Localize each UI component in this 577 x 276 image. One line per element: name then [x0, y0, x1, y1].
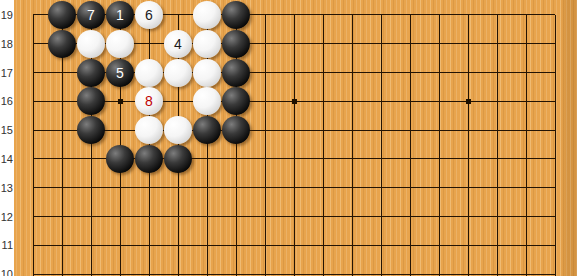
intersection-N16[interactable] — [367, 87, 396, 116]
intersection-H19[interactable] — [222, 1, 251, 30]
intersection-J16[interactable] — [251, 87, 280, 116]
row-label-17: 17 — [0, 66, 13, 80]
intersection-R14[interactable] — [483, 145, 512, 174]
intersection-T14[interactable] — [541, 145, 570, 174]
intersection-K11[interactable] — [280, 231, 309, 260]
black-stone-C15[interactable] — [77, 116, 105, 144]
grid-line-vertical — [468, 145, 469, 174]
intersection-L17[interactable] — [309, 58, 338, 87]
intersection-H10[interactable] — [222, 260, 251, 276]
grid-line-vertical — [120, 202, 121, 231]
grid-line-horizontal — [541, 216, 556, 217]
coordinate-column: 19181716151413121110 — [0, 0, 14, 276]
grid-line-vertical — [526, 145, 527, 174]
grid-line-vertical — [555, 173, 556, 202]
intersection-N18[interactable] — [367, 29, 396, 58]
intersection-G12[interactable] — [193, 202, 222, 231]
intersection-D12[interactable] — [106, 202, 135, 231]
grid-line-vertical — [410, 173, 411, 202]
intersection-F15[interactable] — [164, 116, 193, 145]
intersection-D11[interactable] — [106, 231, 135, 260]
intersection-O13[interactable] — [396, 173, 425, 202]
intersection-K16[interactable] — [280, 87, 309, 116]
grid-line-horizontal — [541, 43, 556, 44]
intersection-O17[interactable] — [396, 58, 425, 87]
grid-line-vertical — [149, 202, 150, 231]
black-stone-H15[interactable] — [222, 116, 250, 144]
intersection-Q10[interactable] — [454, 260, 483, 276]
intersection-E19[interactable]: 6 — [135, 1, 164, 30]
grid-line-vertical — [555, 145, 556, 174]
intersection-E13[interactable] — [135, 173, 164, 202]
intersection-G14[interactable] — [193, 145, 222, 174]
grid-line-vertical — [294, 58, 295, 87]
intersection-Q17[interactable] — [454, 58, 483, 87]
black-stone-H17[interactable] — [222, 59, 250, 87]
intersection-F17[interactable] — [164, 58, 193, 87]
grid-line-vertical — [497, 231, 498, 260]
grid-line-vertical — [207, 145, 208, 174]
intersection-S12[interactable] — [512, 202, 541, 231]
intersection-O16[interactable] — [396, 87, 425, 116]
intersection-D10[interactable] — [106, 260, 135, 276]
grid-line-horizontal — [541, 130, 556, 131]
grid-line-vertical — [323, 145, 324, 174]
grid-line-vertical — [33, 231, 34, 260]
white-stone-E15[interactable] — [135, 116, 163, 144]
intersection-S14[interactable] — [512, 145, 541, 174]
intersection-A10[interactable] — [19, 260, 48, 276]
intersection-Q15[interactable] — [454, 116, 483, 145]
white-stone-E17[interactable] — [135, 59, 163, 87]
black-stone-H19[interactable] — [222, 1, 250, 29]
intersection-A15[interactable] — [19, 116, 48, 145]
grid-line-vertical — [323, 231, 324, 260]
white-stone-D18[interactable] — [106, 30, 134, 58]
intersection-Q13[interactable] — [454, 173, 483, 202]
intersection-C13[interactable] — [77, 173, 106, 202]
intersection-C14[interactable] — [77, 145, 106, 174]
intersection-P10[interactable] — [425, 260, 454, 276]
intersection-F14[interactable] — [164, 145, 193, 174]
white-stone-G19[interactable] — [193, 1, 221, 29]
intersection-H15[interactable] — [222, 116, 251, 145]
intersection-E18[interactable] — [135, 29, 164, 58]
black-stone-E14[interactable] — [135, 145, 163, 173]
intersection-L10[interactable] — [309, 260, 338, 276]
intersection-C18[interactable] — [77, 29, 106, 58]
grid-line-vertical — [294, 15, 295, 29]
intersection-M14[interactable] — [338, 145, 367, 174]
grid-line-vertical — [33, 202, 34, 231]
intersection-A11[interactable] — [19, 231, 48, 260]
grid-line-vertical — [120, 173, 121, 202]
intersection-M11[interactable] — [338, 231, 367, 260]
intersection-H12[interactable] — [222, 202, 251, 231]
intersection-R12[interactable] — [483, 202, 512, 231]
intersection-O12[interactable] — [396, 202, 425, 231]
intersection-Q12[interactable] — [454, 202, 483, 231]
intersection-T18[interactable] — [541, 29, 570, 58]
intersection-N11[interactable] — [367, 231, 396, 260]
white-stone-G16[interactable] — [193, 87, 221, 115]
row-label-15: 15 — [0, 123, 13, 137]
grid-line-vertical — [410, 15, 411, 29]
intersection-G11[interactable] — [193, 231, 222, 260]
white-stone-E16[interactable]: 8 — [135, 87, 163, 115]
grid-line-vertical — [236, 145, 237, 174]
intersection-J12[interactable] — [251, 202, 280, 231]
intersection-G15[interactable] — [193, 116, 222, 145]
intersection-F11[interactable] — [164, 231, 193, 260]
intersection-T15[interactable] — [541, 116, 570, 145]
intersection-S15[interactable] — [512, 116, 541, 145]
black-stone-C19[interactable]: 7 — [77, 1, 105, 29]
grid-line-vertical — [526, 173, 527, 202]
intersection-J18[interactable] — [251, 29, 280, 58]
white-stone-E19[interactable]: 6 — [135, 1, 163, 29]
intersection-K10[interactable] — [280, 260, 309, 276]
intersection-L14[interactable] — [309, 145, 338, 174]
grid-line-vertical — [33, 173, 34, 202]
intersection-B13[interactable] — [48, 173, 77, 202]
intersection-P11[interactable] — [425, 231, 454, 260]
row-label-18: 18 — [0, 37, 13, 51]
grid-line-horizontal — [33, 216, 48, 217]
grid-line-vertical — [352, 15, 353, 29]
intersection-N19[interactable] — [367, 1, 396, 30]
intersection-L13[interactable] — [309, 173, 338, 202]
intersection-P15[interactable] — [425, 116, 454, 145]
intersection-P13[interactable] — [425, 173, 454, 202]
intersection-N15[interactable] — [367, 116, 396, 145]
grid-line-vertical — [265, 58, 266, 87]
intersection-R10[interactable] — [483, 260, 512, 276]
move-number-label: 5 — [116, 66, 124, 80]
intersection-A18[interactable] — [19, 29, 48, 58]
intersection-E12[interactable] — [135, 202, 164, 231]
grid-line-vertical — [352, 202, 353, 231]
intersection-M19[interactable] — [338, 1, 367, 30]
grid-line-vertical — [497, 87, 498, 116]
grid-line-vertical — [381, 29, 382, 58]
intersection-K12[interactable] — [280, 202, 309, 231]
grid-line-vertical — [91, 202, 92, 231]
intersection-E15[interactable] — [135, 116, 164, 145]
intersection-Q16[interactable] — [454, 87, 483, 116]
black-stone-C16[interactable] — [77, 87, 105, 115]
intersection-R15[interactable] — [483, 116, 512, 145]
intersection-J13[interactable] — [251, 173, 280, 202]
grid-line-vertical — [352, 145, 353, 174]
row-label-13: 13 — [0, 181, 13, 195]
intersection-H17[interactable] — [222, 58, 251, 87]
intersection-Q14[interactable] — [454, 145, 483, 174]
intersection-O15[interactable] — [396, 116, 425, 145]
intersection-J15[interactable] — [251, 116, 280, 145]
grid-line-vertical — [497, 29, 498, 58]
intersection-S10[interactable] — [512, 260, 541, 276]
intersection-S18[interactable] — [512, 29, 541, 58]
intersection-B18[interactable] — [48, 29, 77, 58]
intersection-M12[interactable] — [338, 202, 367, 231]
intersection-D14[interactable] — [106, 145, 135, 174]
intersection-E17[interactable] — [135, 58, 164, 87]
intersection-T17[interactable] — [541, 58, 570, 87]
grid-line-vertical — [207, 231, 208, 260]
intersection-G10[interactable] — [193, 260, 222, 276]
intersection-L16[interactable] — [309, 87, 338, 116]
intersection-M17[interactable] — [338, 58, 367, 87]
intersection-K19[interactable] — [280, 1, 309, 30]
white-stone-F17[interactable] — [164, 59, 192, 87]
black-stone-D19[interactable]: 1 — [106, 1, 134, 29]
grid-line-vertical — [497, 58, 498, 87]
grid-line-vertical — [352, 173, 353, 202]
white-stone-G17[interactable] — [193, 59, 221, 87]
grid-line-horizontal — [33, 187, 48, 188]
intersection-H13[interactable] — [222, 173, 251, 202]
intersection-M16[interactable] — [338, 87, 367, 116]
intersection-L11[interactable] — [309, 231, 338, 260]
row-label-16: 16 — [0, 94, 13, 108]
grid-line-vertical — [62, 260, 63, 276]
intersection-M13[interactable] — [338, 173, 367, 202]
grid-line-horizontal — [33, 14, 48, 15]
intersection-F16[interactable] — [164, 87, 193, 116]
intersection-O18[interactable] — [396, 29, 425, 58]
intersection-H11[interactable] — [222, 231, 251, 260]
intersection-R17[interactable] — [483, 58, 512, 87]
grid-line-vertical — [439, 87, 440, 116]
intersection-G16[interactable] — [193, 87, 222, 116]
intersection-B19[interactable] — [48, 1, 77, 30]
grid-line-vertical — [555, 29, 556, 58]
intersection-F10[interactable] — [164, 260, 193, 276]
intersection-S11[interactable] — [512, 231, 541, 260]
intersection-G19[interactable] — [193, 1, 222, 30]
intersection-N12[interactable] — [367, 202, 396, 231]
grid-line-vertical — [555, 116, 556, 145]
intersection-J10[interactable] — [251, 260, 280, 276]
intersection-T16[interactable] — [541, 87, 570, 116]
intersection-A17[interactable] — [19, 58, 48, 87]
grid-line-vertical — [236, 260, 237, 276]
intersection-F18[interactable]: 4 — [164, 29, 193, 58]
grid-line-vertical — [207, 173, 208, 202]
intersection-P16[interactable] — [425, 87, 454, 116]
intersection-S13[interactable] — [512, 173, 541, 202]
grid-line-vertical — [120, 260, 121, 276]
intersection-S17[interactable] — [512, 58, 541, 87]
intersection-K18[interactable] — [280, 29, 309, 58]
black-stone-D14[interactable] — [106, 145, 134, 173]
intersection-P19[interactable] — [425, 1, 454, 30]
intersection-J19[interactable] — [251, 1, 280, 30]
black-stone-C17[interactable] — [77, 59, 105, 87]
intersection-F19[interactable] — [164, 1, 193, 30]
intersection-B14[interactable] — [48, 145, 77, 174]
intersection-N10[interactable] — [367, 260, 396, 276]
intersection-H16[interactable] — [222, 87, 251, 116]
intersection-P18[interactable] — [425, 29, 454, 58]
grid-line-vertical — [497, 202, 498, 231]
intersection-T19[interactable] — [541, 1, 570, 30]
intersection-P14[interactable] — [425, 145, 454, 174]
intersection-S19[interactable] — [512, 1, 541, 30]
intersection-R11[interactable] — [483, 231, 512, 260]
black-stone-G15[interactable] — [193, 116, 221, 144]
intersection-E11[interactable] — [135, 231, 164, 260]
intersection-J17[interactable] — [251, 58, 280, 87]
grid-line-vertical — [323, 173, 324, 202]
intersection-G18[interactable] — [193, 29, 222, 58]
black-stone-D17[interactable]: 5 — [106, 59, 134, 87]
grid-line-vertical — [323, 15, 324, 29]
intersection-N13[interactable] — [367, 173, 396, 202]
grid-line-horizontal — [33, 158, 48, 159]
intersection-B17[interactable] — [48, 58, 77, 87]
intersection-B16[interactable] — [48, 87, 77, 116]
grid-line-vertical — [62, 173, 63, 202]
intersection-B11[interactable] — [48, 231, 77, 260]
intersection-A13[interactable] — [19, 173, 48, 202]
black-stone-F14[interactable] — [164, 145, 192, 173]
intersection-T12[interactable] — [541, 202, 570, 231]
intersection-L18[interactable] — [309, 29, 338, 58]
intersection-R19[interactable] — [483, 1, 512, 30]
intersection-O10[interactable] — [396, 260, 425, 276]
intersection-D13[interactable] — [106, 173, 135, 202]
intersection-C17[interactable] — [77, 58, 106, 87]
intersection-Q19[interactable] — [454, 1, 483, 30]
intersection-G13[interactable] — [193, 173, 222, 202]
black-stone-H18[interactable] — [222, 30, 250, 58]
intersection-G17[interactable] — [193, 58, 222, 87]
intersection-M18[interactable] — [338, 29, 367, 58]
intersection-C10[interactable] — [77, 260, 106, 276]
intersection-B15[interactable] — [48, 116, 77, 145]
grid-line-vertical — [265, 15, 266, 29]
intersection-R18[interactable] — [483, 29, 512, 58]
intersection-M15[interactable] — [338, 116, 367, 145]
intersection-L19[interactable] — [309, 1, 338, 30]
intersection-C15[interactable] — [77, 116, 106, 145]
intersection-C11[interactable] — [77, 231, 106, 260]
intersection-D16[interactable] — [106, 87, 135, 116]
row-label-12: 12 — [0, 210, 13, 224]
intersection-B10[interactable] — [48, 260, 77, 276]
intersection-R13[interactable] — [483, 173, 512, 202]
white-stone-G18[interactable] — [193, 30, 221, 58]
intersection-P12[interactable] — [425, 202, 454, 231]
grid-line-vertical — [33, 260, 34, 276]
intersection-K13[interactable] — [280, 173, 309, 202]
grid-line-horizontal — [33, 245, 48, 246]
intersection-F13[interactable] — [164, 173, 193, 202]
intersection-H18[interactable] — [222, 29, 251, 58]
grid-line-horizontal — [541, 187, 556, 188]
intersection-C16[interactable] — [77, 87, 106, 116]
intersection-A14[interactable] — [19, 145, 48, 174]
intersection-N17[interactable] — [367, 58, 396, 87]
grid-line-vertical — [439, 58, 440, 87]
white-stone-F18[interactable]: 4 — [164, 30, 192, 58]
intersection-M10[interactable] — [338, 260, 367, 276]
intersection-D17[interactable]: 5 — [106, 58, 135, 87]
intersection-J11[interactable] — [251, 231, 280, 260]
intersection-K14[interactable] — [280, 145, 309, 174]
black-stone-H16[interactable] — [222, 87, 250, 115]
intersection-J14[interactable] — [251, 145, 280, 174]
black-stone-B18[interactable] — [48, 30, 76, 58]
intersection-H14[interactable] — [222, 145, 251, 174]
grid-line-vertical — [236, 231, 237, 260]
intersection-D18[interactable] — [106, 29, 135, 58]
intersection-P17[interactable] — [425, 58, 454, 87]
grid-line-vertical — [410, 231, 411, 260]
grid-line-vertical — [265, 202, 266, 231]
intersection-E14[interactable] — [135, 145, 164, 174]
grid-line-vertical — [381, 87, 382, 116]
grid-line-vertical — [439, 116, 440, 145]
intersection-Q11[interactable] — [454, 231, 483, 260]
intersection-C19[interactable]: 7 — [77, 1, 106, 30]
intersection-R16[interactable] — [483, 87, 512, 116]
grid-line-vertical — [323, 116, 324, 145]
grid-line-vertical — [178, 87, 179, 116]
intersection-N14[interactable] — [367, 145, 396, 174]
intersection-E10[interactable] — [135, 260, 164, 276]
intersection-O11[interactable] — [396, 231, 425, 260]
grid-line-vertical — [323, 202, 324, 231]
grid-line-vertical — [468, 202, 469, 231]
grid-line-vertical — [468, 15, 469, 29]
grid-line-vertical — [265, 29, 266, 58]
intersection-D15[interactable] — [106, 116, 135, 145]
intersection-T11[interactable] — [541, 231, 570, 260]
grid-line-vertical — [497, 15, 498, 29]
intersection-O19[interactable] — [396, 1, 425, 30]
grid-line-vertical — [526, 231, 527, 260]
grid-line-vertical — [352, 260, 353, 276]
intersection-Q18[interactable] — [454, 29, 483, 58]
intersection-K17[interactable] — [280, 58, 309, 87]
intersection-S16[interactable] — [512, 87, 541, 116]
intersection-A19[interactable] — [19, 1, 48, 30]
grid-line-vertical — [526, 87, 527, 116]
grid-line-horizontal — [33, 101, 48, 102]
intersection-D19[interactable]: 1 — [106, 1, 135, 30]
black-stone-B19[interactable] — [48, 1, 76, 29]
intersection-F12[interactable] — [164, 202, 193, 231]
white-stone-F15[interactable] — [164, 116, 192, 144]
intersection-E16[interactable]: 8 — [135, 87, 164, 116]
intersection-L15[interactable] — [309, 116, 338, 145]
white-stone-C18[interactable] — [77, 30, 105, 58]
grid-line-vertical — [62, 58, 63, 87]
intersection-O14[interactable] — [396, 145, 425, 174]
intersection-L12[interactable] — [309, 202, 338, 231]
intersection-A12[interactable] — [19, 202, 48, 231]
intersection-C12[interactable] — [77, 202, 106, 231]
intersection-B12[interactable] — [48, 202, 77, 231]
grid-line-vertical — [352, 87, 353, 116]
intersection-T13[interactable] — [541, 173, 570, 202]
intersection-K15[interactable] — [280, 116, 309, 145]
intersection-A16[interactable] — [19, 87, 48, 116]
intersection-T10[interactable] — [541, 260, 570, 276]
